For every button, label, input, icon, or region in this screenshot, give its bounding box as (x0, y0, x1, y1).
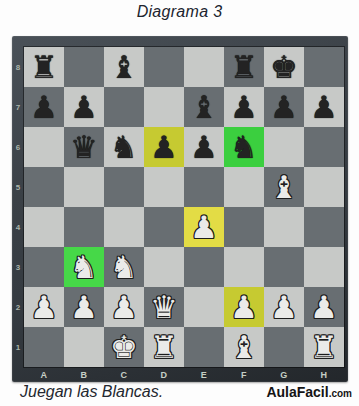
piece-white-king-c1: ♚ (110, 327, 138, 367)
square-b1 (64, 327, 104, 367)
file-label-c: C (104, 367, 144, 382)
piece-black-pawn-a7: ♟ (30, 87, 58, 127)
piece-white-pawn-a2: ♟ (30, 287, 58, 327)
square-h1: ♜ (304, 327, 344, 367)
square-g7: ♟ (264, 87, 304, 127)
piece-black-pawn-f7: ♟ (230, 87, 258, 127)
square-f5 (224, 167, 264, 207)
square-e3 (184, 247, 224, 287)
square-g3 (264, 247, 304, 287)
square-a4 (24, 207, 64, 247)
square-c5 (104, 167, 144, 207)
square-a3 (24, 247, 64, 287)
square-c7 (104, 87, 144, 127)
square-d1: ♜ (144, 327, 184, 367)
file-label-g: G (264, 367, 304, 382)
square-f8: ♜ (224, 47, 264, 87)
square-g2: ♟ (264, 287, 304, 327)
brand-tld: .com (329, 388, 352, 399)
rank-label-8: 8 (12, 47, 24, 87)
piece-black-rook-f8: ♜ (230, 47, 258, 87)
piece-white-knight-c3: ♞ (110, 247, 138, 287)
square-g5: ♝ (264, 167, 304, 207)
square-g1 (264, 327, 304, 367)
square-b8 (64, 47, 104, 87)
piece-white-knight-b3: ♞ (70, 247, 98, 287)
brand-name: AulaFacil (266, 384, 328, 400)
square-c2: ♟ (104, 287, 144, 327)
square-a8: ♜ (24, 47, 64, 87)
square-f3 (224, 247, 264, 287)
rank-label-5: 5 (12, 167, 24, 207)
diagram-title: Diagrama 3 (0, 3, 359, 21)
rank-label-7: 7 (12, 87, 24, 127)
caption-row: Juegan las Blancas. AulaFacil.com (0, 383, 359, 405)
square-c8: ♝ (104, 47, 144, 87)
piece-black-knight-f6: ♞ (230, 127, 258, 167)
square-e4: ♟ (184, 207, 224, 247)
square-h6 (304, 127, 344, 167)
square-h7: ♟ (304, 87, 344, 127)
file-label-b: B (64, 367, 104, 382)
piece-white-bishop-f1: ♝ (230, 327, 258, 367)
square-e1 (184, 327, 224, 367)
square-b7: ♟ (64, 87, 104, 127)
square-d3 (144, 247, 184, 287)
square-c4 (104, 207, 144, 247)
rank-label-2: 2 (12, 287, 24, 327)
piece-white-pawn-c2: ♟ (110, 287, 138, 327)
file-label-e: E (184, 367, 224, 382)
square-f1: ♝ (224, 327, 264, 367)
square-d8 (144, 47, 184, 87)
piece-black-pawn-h7: ♟ (310, 87, 338, 127)
piece-black-bishop-c8: ♝ (110, 47, 138, 87)
piece-black-rook-a8: ♜ (30, 47, 58, 87)
square-h5 (304, 167, 344, 207)
file-label-f: F (224, 367, 264, 382)
file-label-a: A (24, 367, 64, 382)
piece-white-rook-h1: ♜ (310, 327, 338, 367)
piece-black-pawn-g7: ♟ (270, 87, 298, 127)
piece-black-pawn-d6: ♟ (150, 127, 178, 167)
square-h4 (304, 207, 344, 247)
file-label-d: D (144, 367, 184, 382)
square-b4 (64, 207, 104, 247)
rank-label-3: 3 (12, 247, 24, 287)
square-a2: ♟ (24, 287, 64, 327)
piece-black-pawn-b7: ♟ (70, 87, 98, 127)
piece-white-queen-d2: ♛ (150, 287, 178, 327)
square-c1: ♚ (104, 327, 144, 367)
square-d2: ♛ (144, 287, 184, 327)
square-c6: ♞ (104, 127, 144, 167)
square-h2: ♟ (304, 287, 344, 327)
square-d7 (144, 87, 184, 127)
site-branding: AulaFacil.com (266, 383, 352, 401)
piece-white-pawn-f2: ♟ (230, 287, 258, 327)
square-e2 (184, 287, 224, 327)
file-label-h: H (304, 367, 344, 382)
piece-white-pawn-g2: ♟ (270, 287, 298, 327)
piece-white-pawn-h2: ♟ (310, 287, 338, 327)
square-e6: ♟ (184, 127, 224, 167)
rank-label-4: 4 (12, 207, 24, 247)
square-c3: ♞ (104, 247, 144, 287)
square-g6 (264, 127, 304, 167)
square-f4 (224, 207, 264, 247)
square-b3: ♞ (64, 247, 104, 287)
square-f2: ♟ (224, 287, 264, 327)
move-indicator-caption: Juegan las Blancas. (20, 383, 163, 401)
piece-black-king-g8: ♚ (270, 47, 298, 87)
square-d4 (144, 207, 184, 247)
square-f7: ♟ (224, 87, 264, 127)
file-labels: ABCDEFGH (24, 367, 344, 382)
square-a6 (24, 127, 64, 167)
piece-white-bishop-g5: ♝ (270, 167, 298, 207)
piece-white-pawn-b2: ♟ (70, 287, 98, 327)
square-a1 (24, 327, 64, 367)
square-b2: ♟ (64, 287, 104, 327)
piece-black-bishop-e7: ♝ (190, 87, 218, 127)
piece-black-queen-b6: ♛ (70, 127, 98, 167)
square-d6: ♟ (144, 127, 184, 167)
rank-label-6: 6 (12, 127, 24, 167)
piece-black-knight-c6: ♞ (110, 127, 138, 167)
square-b6: ♛ (64, 127, 104, 167)
square-h3 (304, 247, 344, 287)
piece-black-pawn-e6: ♟ (190, 127, 218, 167)
square-e5 (184, 167, 224, 207)
square-d5 (144, 167, 184, 207)
square-b5 (64, 167, 104, 207)
rank-label-1: 1 (12, 327, 24, 367)
piece-white-pawn-e4: ♟ (190, 207, 218, 247)
square-h8 (304, 47, 344, 87)
chess-board: ♜♝♜♚♟♟♝♟♟♟♛♞♟♟♞♝♟♞♞♟♟♟♛♟♟♟♚♜♝♜ (24, 47, 344, 367)
square-a5 (24, 167, 64, 207)
piece-white-rook-d1: ♜ (150, 327, 178, 367)
chess-board-frame: 87654321 ♜♝♜♚♟♟♝♟♟♟♛♞♟♟♞♝♟♞♞♟♟♟♛♟♟♟♚♜♝♜ … (12, 36, 348, 382)
square-a7: ♟ (24, 87, 64, 127)
square-e7: ♝ (184, 87, 224, 127)
rank-labels: 87654321 (12, 47, 24, 367)
square-g4 (264, 207, 304, 247)
square-e8 (184, 47, 224, 87)
square-f6: ♞ (224, 127, 264, 167)
square-g8: ♚ (264, 47, 304, 87)
